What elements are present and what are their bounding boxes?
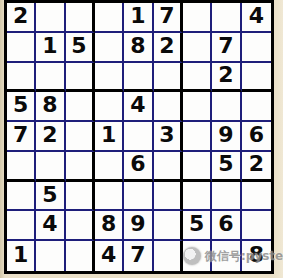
cell-r6c5[interactable]: 6 [124, 152, 153, 182]
cell-r8c4[interactable]: 8 [95, 211, 124, 241]
cell-r2c6[interactable]: 2 [154, 33, 183, 63]
cell-r2c4[interactable] [95, 33, 124, 63]
cell-r3c4[interactable] [95, 63, 124, 93]
cell-r8c6[interactable] [154, 211, 183, 241]
cell-r4c8[interactable] [212, 92, 241, 122]
cell-r8c5[interactable]: 9 [124, 211, 153, 241]
cell-r7c1[interactable] [7, 182, 36, 212]
cell-r2c5[interactable]: 8 [124, 33, 153, 63]
cell-r9c3[interactable] [66, 241, 95, 271]
cell-r4c5[interactable]: 4 [124, 92, 153, 122]
cell-r6c8[interactable]: 5 [212, 152, 241, 182]
cell-r7c2[interactable]: 5 [36, 182, 65, 212]
cell-r5c5[interactable] [124, 122, 153, 152]
sudoku-board: 21741582725847213966525489561478 [4, 0, 274, 274]
cell-r4c7[interactable] [183, 92, 212, 122]
cell-r7c8[interactable] [212, 182, 241, 212]
cell-r3c5[interactable] [124, 63, 153, 93]
cell-r2c2[interactable]: 1 [36, 33, 65, 63]
cell-r4c4[interactable] [95, 92, 124, 122]
cell-r1c8[interactable] [212, 3, 241, 33]
cell-r5c3[interactable] [66, 122, 95, 152]
cell-r9c5[interactable]: 7 [124, 241, 153, 271]
cell-r6c7[interactable] [183, 152, 212, 182]
cell-r3c8[interactable]: 2 [212, 63, 241, 93]
cell-r4c3[interactable] [66, 92, 95, 122]
cell-r5c8[interactable]: 9 [212, 122, 241, 152]
cell-r7c9[interactable] [242, 182, 271, 212]
cell-r1c7[interactable] [183, 3, 212, 33]
cell-r9c9[interactable]: 8 [242, 241, 271, 271]
cell-r1c2[interactable] [36, 3, 65, 33]
cell-r3c1[interactable] [7, 63, 36, 93]
cell-r8c8[interactable]: 6 [212, 211, 241, 241]
cell-r8c2[interactable]: 4 [36, 211, 65, 241]
cell-r4c9[interactable] [242, 92, 271, 122]
cell-r2c7[interactable] [183, 33, 212, 63]
cell-r9c7[interactable] [183, 241, 212, 271]
cell-r9c6[interactable] [154, 241, 183, 271]
cell-r5c9[interactable]: 6 [242, 122, 271, 152]
cell-r6c4[interactable] [95, 152, 124, 182]
cell-r9c4[interactable]: 4 [95, 241, 124, 271]
cell-r1c6[interactable]: 7 [154, 3, 183, 33]
cell-r1c3[interactable] [66, 3, 95, 33]
cell-r4c1[interactable]: 5 [7, 92, 36, 122]
cell-r4c6[interactable] [154, 92, 183, 122]
cell-r4c2[interactable]: 8 [36, 92, 65, 122]
cell-r7c5[interactable] [124, 182, 153, 212]
cell-r8c1[interactable] [7, 211, 36, 241]
cell-r2c3[interactable]: 5 [66, 33, 95, 63]
cell-r7c6[interactable] [154, 182, 183, 212]
cell-r7c3[interactable] [66, 182, 95, 212]
cell-r5c2[interactable]: 2 [36, 122, 65, 152]
cell-r5c4[interactable]: 1 [95, 122, 124, 152]
cell-r3c3[interactable] [66, 63, 95, 93]
cell-r6c1[interactable] [7, 152, 36, 182]
cell-r8c9[interactable] [242, 211, 271, 241]
cell-r7c7[interactable] [183, 182, 212, 212]
cell-r3c7[interactable] [183, 63, 212, 93]
cell-r6c3[interactable] [66, 152, 95, 182]
cell-r3c9[interactable] [242, 63, 271, 93]
cell-r6c6[interactable] [154, 152, 183, 182]
cell-r9c8[interactable] [212, 241, 241, 271]
cell-r1c4[interactable] [95, 3, 124, 33]
cell-r8c7[interactable]: 5 [183, 211, 212, 241]
cell-r7c4[interactable] [95, 182, 124, 212]
cell-r3c2[interactable] [36, 63, 65, 93]
cell-r6c2[interactable] [36, 152, 65, 182]
cell-r3c6[interactable] [154, 63, 183, 93]
cell-r8c3[interactable] [66, 211, 95, 241]
cell-r1c5[interactable]: 1 [124, 3, 153, 33]
cell-r2c1[interactable] [7, 33, 36, 63]
cell-r9c2[interactable] [36, 241, 65, 271]
cell-r5c6[interactable]: 3 [154, 122, 183, 152]
cell-r5c1[interactable]: 7 [7, 122, 36, 152]
cell-r1c9[interactable]: 4 [242, 3, 271, 33]
cell-r6c9[interactable]: 2 [242, 152, 271, 182]
cell-r2c9[interactable] [242, 33, 271, 63]
cell-r2c8[interactable]: 7 [212, 33, 241, 63]
cell-r5c7[interactable] [183, 122, 212, 152]
cell-r9c1[interactable]: 1 [7, 241, 36, 271]
cell-r1c1[interactable]: 2 [7, 3, 36, 33]
